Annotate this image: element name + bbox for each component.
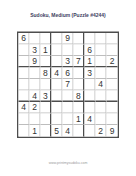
given-digit: 7 — [65, 80, 70, 89]
cell-r3c4 — [52, 56, 63, 68]
cell-r3c2: 9 — [30, 56, 41, 68]
cell-r5c6 — [74, 79, 85, 91]
given-digit: 3 — [43, 91, 48, 100]
cell-r7c8 — [96, 102, 107, 114]
cell-r9c7 — [85, 125, 96, 137]
cell-r7c6 — [74, 102, 85, 114]
cell-r4c3: 8 — [41, 68, 52, 80]
cell-r4c8 — [96, 68, 107, 80]
given-digit: 9 — [65, 34, 70, 43]
cell-r1c4 — [52, 33, 63, 45]
cell-r1c2 — [30, 33, 41, 45]
cell-r8c4 — [52, 114, 63, 126]
cell-r3c3 — [41, 56, 52, 68]
cell-r1c8 — [96, 33, 107, 45]
cell-r2c7: 6 — [85, 45, 96, 57]
given-digit: 3 — [32, 46, 37, 55]
cell-r7c9 — [107, 102, 118, 114]
cell-r1c1: 6 — [19, 33, 30, 45]
given-digit: 1 — [87, 57, 92, 66]
given-digit: 8 — [43, 69, 48, 78]
given-digit: 4 — [98, 80, 103, 89]
cell-r3c5: 3 — [63, 56, 74, 68]
given-digit: 1 — [32, 127, 37, 136]
cell-r6c4 — [52, 91, 63, 103]
cell-r1c6 — [74, 33, 85, 45]
given-digit: 2 — [32, 103, 37, 112]
cell-r6c9 — [107, 91, 118, 103]
cell-r2c3: 1 — [41, 45, 52, 57]
cell-r2c9 — [107, 45, 118, 57]
cell-r2c8 — [96, 45, 107, 57]
cell-r3c7: 1 — [85, 56, 96, 68]
cell-r3c1 — [19, 56, 30, 68]
cell-r9c2: 1 — [30, 125, 41, 137]
cell-r5c2 — [30, 79, 41, 91]
cell-r8c5 — [63, 114, 74, 126]
cell-r7c1: 4 — [19, 102, 30, 114]
given-digit: 4 — [21, 103, 26, 112]
cell-r5c5: 7 — [63, 79, 74, 91]
sudoku-board: 6931693712846374438421415429 — [17, 32, 119, 139]
cell-r9c6 — [74, 125, 85, 137]
given-digit: 5 — [54, 127, 59, 136]
given-digit: 8 — [76, 91, 81, 100]
cell-r2c2: 3 — [30, 45, 41, 57]
cell-r6c2: 4 — [30, 91, 41, 103]
given-digit: 2 — [98, 127, 103, 136]
given-digit: 3 — [65, 57, 70, 66]
cell-r4c9 — [107, 68, 118, 80]
cell-r5c3 — [41, 79, 52, 91]
cell-r1c5: 9 — [63, 33, 74, 45]
cell-r3c9: 2 — [107, 56, 118, 68]
cell-r7c3 — [41, 102, 52, 114]
given-digit: 1 — [43, 46, 48, 55]
puzzle-title: Sudoku, Medium (Puzzle #4244) — [0, 12, 136, 18]
given-digit: 4 — [32, 91, 37, 100]
cell-r8c1 — [19, 114, 30, 126]
given-digit: 1 — [76, 115, 81, 124]
page: Sudoku, Medium (Puzzle #4244) 6931693712… — [0, 0, 136, 176]
given-digit: 6 — [87, 46, 92, 55]
cell-r7c5 — [63, 102, 74, 114]
cell-r6c1 — [19, 91, 30, 103]
cell-r1c3 — [41, 33, 52, 45]
cell-r7c7 — [85, 102, 96, 114]
cell-r8c8 — [96, 114, 107, 126]
cell-r3c6: 7 — [74, 56, 85, 68]
cell-r2c6 — [74, 45, 85, 57]
cell-r5c7 — [85, 79, 96, 91]
given-digit: 7 — [76, 57, 81, 66]
cell-r9c4: 5 — [52, 125, 63, 137]
cell-r7c2: 2 — [30, 102, 41, 114]
cell-r8c3 — [41, 114, 52, 126]
given-digit: 4 — [65, 127, 70, 136]
given-digit: 4 — [54, 69, 59, 78]
given-digit: 4 — [87, 115, 92, 124]
cell-r9c9: 9 — [107, 125, 118, 137]
cell-r1c7 — [85, 33, 96, 45]
footer-url: www.printmysudoku.com — [0, 161, 136, 165]
given-digit: 6 — [21, 34, 26, 43]
cell-r5c4 — [52, 79, 63, 91]
cell-r4c2 — [30, 68, 41, 80]
cell-r8c6: 1 — [74, 114, 85, 126]
cell-r7c4 — [52, 102, 63, 114]
given-digit: 9 — [32, 57, 37, 66]
cell-r8c7: 4 — [85, 114, 96, 126]
cell-r9c3 — [41, 125, 52, 137]
cell-r6c7 — [85, 91, 96, 103]
cell-r6c6: 8 — [74, 91, 85, 103]
cell-r6c5 — [63, 91, 74, 103]
given-digit: 3 — [87, 69, 92, 78]
cell-r9c8: 2 — [96, 125, 107, 137]
cell-r6c3: 3 — [41, 91, 52, 103]
cell-r2c1 — [19, 45, 30, 57]
cell-r4c1 — [19, 68, 30, 80]
cell-r4c5: 6 — [63, 68, 74, 80]
cell-r4c7: 3 — [85, 68, 96, 80]
cell-r2c4 — [52, 45, 63, 57]
cell-r1c9 — [107, 33, 118, 45]
cell-r9c5: 4 — [63, 125, 74, 137]
cell-r8c9 — [107, 114, 118, 126]
cell-r4c4: 4 — [52, 68, 63, 80]
given-digit: 2 — [110, 57, 115, 66]
cell-r4c6 — [74, 68, 85, 80]
cell-r5c1 — [19, 79, 30, 91]
given-digit: 6 — [65, 69, 70, 78]
cell-r3c8 — [96, 56, 107, 68]
cell-r5c8: 4 — [96, 79, 107, 91]
cell-r8c2 — [30, 114, 41, 126]
cell-r2c5 — [63, 45, 74, 57]
cell-r9c1 — [19, 125, 30, 137]
cell-r6c8 — [96, 91, 107, 103]
given-digit: 9 — [110, 127, 115, 136]
cell-r5c9 — [107, 79, 118, 91]
